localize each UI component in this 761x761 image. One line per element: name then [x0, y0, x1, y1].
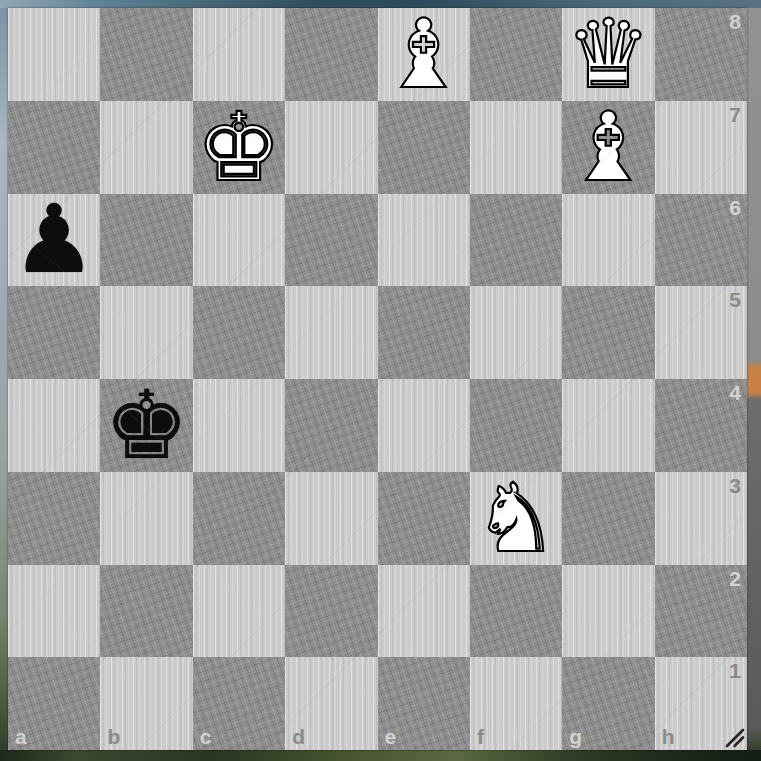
rank-label-7: 7 [729, 104, 741, 125]
square-e4[interactable] [378, 379, 470, 472]
square-a3[interactable] [8, 472, 100, 565]
white-king-piece[interactable]: ♚ [193, 101, 285, 194]
file-label-d: d [292, 726, 305, 747]
white-knight-piece[interactable]: ♞ [470, 472, 562, 565]
square-f7[interactable] [470, 101, 562, 194]
square-h7[interactable]: 7 [655, 101, 747, 194]
square-e8[interactable]: ♝ [378, 8, 470, 101]
square-g7[interactable]: ♝ [562, 101, 654, 194]
square-b6[interactable] [100, 194, 192, 287]
square-d4[interactable] [285, 379, 377, 472]
square-a2[interactable] [8, 565, 100, 658]
square-g5[interactable] [562, 286, 654, 379]
square-b4[interactable]: ♚ [100, 379, 192, 472]
square-b5[interactable] [100, 286, 192, 379]
white-queen-piece[interactable]: ♛ [562, 8, 654, 101]
square-e3[interactable] [378, 472, 470, 565]
square-g1[interactable]: g [562, 657, 654, 750]
square-b8[interactable] [100, 8, 192, 101]
square-d7[interactable] [285, 101, 377, 194]
rank-label-4: 4 [729, 382, 741, 403]
rank-label-5: 5 [729, 289, 741, 310]
black-pawn-piece[interactable]: ♟ [8, 194, 100, 287]
square-d5[interactable] [285, 286, 377, 379]
square-f3[interactable]: ♞ [470, 472, 562, 565]
square-h8[interactable]: 8 [655, 8, 747, 101]
rank-label-3: 3 [729, 475, 741, 496]
white-bishop-piece[interactable]: ♝ [378, 8, 470, 101]
board-resize-handle-icon[interactable] [723, 726, 745, 748]
desktop-background-left [0, 8, 8, 750]
square-b1[interactable]: b [100, 657, 192, 750]
square-e2[interactable] [378, 565, 470, 658]
file-label-g: g [569, 726, 582, 747]
rank-label-8: 8 [729, 11, 741, 32]
square-a8[interactable] [8, 8, 100, 101]
square-c8[interactable] [193, 8, 285, 101]
square-f5[interactable] [470, 286, 562, 379]
square-h3[interactable]: 3 [655, 472, 747, 565]
square-c3[interactable] [193, 472, 285, 565]
square-e6[interactable] [378, 194, 470, 287]
square-a1[interactable]: a [8, 657, 100, 750]
white-bishop-piece[interactable]: ♝ [562, 101, 654, 194]
square-a6[interactable]: ♟ [8, 194, 100, 287]
square-d3[interactable] [285, 472, 377, 565]
square-f6[interactable] [470, 194, 562, 287]
square-d8[interactable] [285, 8, 377, 101]
rank-label-6: 6 [729, 197, 741, 218]
square-g3[interactable] [562, 472, 654, 565]
square-e1[interactable]: e [378, 657, 470, 750]
square-h4[interactable]: 4 [655, 379, 747, 472]
square-g4[interactable] [562, 379, 654, 472]
square-g8[interactable]: ♛ [562, 8, 654, 101]
square-e5[interactable] [378, 286, 470, 379]
file-label-e: e [385, 726, 397, 747]
square-c2[interactable] [193, 565, 285, 658]
desktop-background-top [0, 0, 761, 8]
square-c4[interactable] [193, 379, 285, 472]
black-king-piece[interactable]: ♚ [100, 379, 192, 472]
square-f2[interactable] [470, 565, 562, 658]
square-c5[interactable] [193, 286, 285, 379]
desktop-background-bottom [0, 750, 761, 761]
square-b3[interactable] [100, 472, 192, 565]
square-f8[interactable] [470, 8, 562, 101]
square-h5[interactable]: 5 [655, 286, 747, 379]
rank-label-1: 1 [729, 660, 741, 681]
desktop-background-right [747, 8, 761, 750]
square-f1[interactable]: f [470, 657, 562, 750]
square-h2[interactable]: 2 [655, 565, 747, 658]
file-label-h: h [662, 726, 675, 747]
square-a5[interactable] [8, 286, 100, 379]
square-c1[interactable]: c [193, 657, 285, 750]
file-label-c: c [200, 726, 212, 747]
square-d2[interactable] [285, 565, 377, 658]
square-a4[interactable] [8, 379, 100, 472]
rank-label-2: 2 [729, 568, 741, 589]
square-c6[interactable] [193, 194, 285, 287]
square-b2[interactable] [100, 565, 192, 658]
square-g2[interactable] [562, 565, 654, 658]
square-a7[interactable] [8, 101, 100, 194]
chess-board: ♝♛8♚♝7♟65♚4♞32abcdefgh1 [8, 8, 747, 750]
file-label-b: b [107, 726, 120, 747]
square-e7[interactable] [378, 101, 470, 194]
file-label-f: f [477, 726, 484, 747]
square-g6[interactable] [562, 194, 654, 287]
square-f4[interactable] [470, 379, 562, 472]
square-h6[interactable]: 6 [655, 194, 747, 287]
square-b7[interactable] [100, 101, 192, 194]
file-label-a: a [15, 726, 27, 747]
square-c7[interactable]: ♚ [193, 101, 285, 194]
square-d1[interactable]: d [285, 657, 377, 750]
square-d6[interactable] [285, 194, 377, 287]
